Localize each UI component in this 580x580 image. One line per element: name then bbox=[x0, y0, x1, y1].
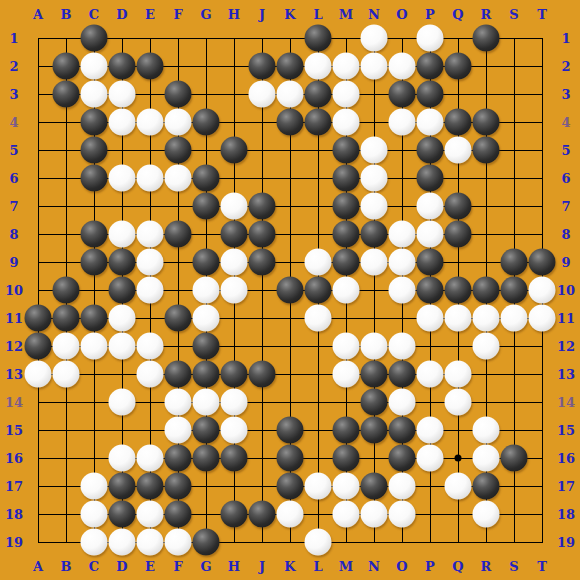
row-label-right: 11 bbox=[557, 312, 575, 325]
column-label-bottom: K bbox=[284, 560, 295, 573]
white-stone bbox=[389, 501, 416, 528]
black-stone bbox=[417, 81, 444, 108]
column-label-bottom: P bbox=[425, 560, 435, 573]
column-label-bottom: L bbox=[313, 560, 322, 573]
row-label-left: 15 bbox=[5, 424, 23, 437]
white-stone bbox=[333, 361, 360, 388]
row-label-right: 2 bbox=[561, 60, 570, 73]
black-stone bbox=[165, 445, 192, 472]
black-stone bbox=[249, 501, 276, 528]
black-stone bbox=[417, 53, 444, 80]
white-stone bbox=[361, 249, 388, 276]
black-stone bbox=[501, 445, 528, 472]
black-stone bbox=[333, 193, 360, 220]
white-stone bbox=[445, 473, 472, 500]
column-label-bottom: N bbox=[368, 560, 380, 573]
white-stone bbox=[193, 389, 220, 416]
black-stone bbox=[193, 249, 220, 276]
column-label-bottom: G bbox=[200, 560, 211, 573]
white-stone bbox=[305, 53, 332, 80]
column-label-bottom: A bbox=[33, 560, 43, 573]
white-stone bbox=[53, 333, 80, 360]
row-label-right: 1 bbox=[561, 32, 570, 45]
white-stone bbox=[529, 305, 556, 332]
white-stone bbox=[473, 445, 500, 472]
black-stone bbox=[249, 193, 276, 220]
column-label-bottom: O bbox=[396, 560, 407, 573]
black-stone bbox=[221, 501, 248, 528]
white-stone bbox=[305, 305, 332, 332]
black-stone bbox=[389, 445, 416, 472]
white-stone bbox=[165, 417, 192, 444]
white-stone bbox=[417, 305, 444, 332]
white-stone bbox=[137, 277, 164, 304]
black-stone bbox=[193, 529, 220, 556]
column-label-top: R bbox=[481, 8, 492, 21]
black-stone bbox=[361, 361, 388, 388]
column-label-top: L bbox=[313, 8, 322, 21]
black-stone bbox=[277, 277, 304, 304]
row-label-right: 3 bbox=[561, 88, 570, 101]
black-stone bbox=[361, 473, 388, 500]
black-stone bbox=[81, 109, 108, 136]
white-stone bbox=[109, 305, 136, 332]
black-stone bbox=[305, 277, 332, 304]
black-stone bbox=[193, 445, 220, 472]
white-stone bbox=[305, 473, 332, 500]
black-stone bbox=[249, 249, 276, 276]
column-label-bottom: F bbox=[173, 560, 182, 573]
column-label-top: P bbox=[425, 8, 435, 21]
column-label-bottom: H bbox=[228, 560, 240, 573]
white-stone bbox=[193, 305, 220, 332]
row-label-right: 17 bbox=[557, 480, 575, 493]
column-label-top: E bbox=[145, 8, 155, 21]
black-stone bbox=[277, 417, 304, 444]
black-stone bbox=[305, 109, 332, 136]
black-stone bbox=[249, 221, 276, 248]
white-stone bbox=[165, 529, 192, 556]
black-stone bbox=[277, 473, 304, 500]
white-stone bbox=[417, 445, 444, 472]
row-label-right: 15 bbox=[557, 424, 575, 437]
black-stone bbox=[473, 137, 500, 164]
row-label-left: 18 bbox=[5, 508, 23, 521]
white-stone bbox=[109, 389, 136, 416]
black-stone bbox=[473, 109, 500, 136]
white-stone bbox=[417, 25, 444, 52]
white-stone bbox=[361, 501, 388, 528]
column-label-bottom: S bbox=[509, 560, 518, 573]
white-stone bbox=[389, 109, 416, 136]
black-stone bbox=[333, 249, 360, 276]
black-stone bbox=[361, 389, 388, 416]
black-stone bbox=[193, 193, 220, 220]
black-stone bbox=[389, 361, 416, 388]
white-stone bbox=[165, 165, 192, 192]
column-label-bottom: Q bbox=[452, 560, 463, 573]
row-label-right: 10 bbox=[557, 284, 575, 297]
white-stone bbox=[361, 25, 388, 52]
black-stone bbox=[333, 221, 360, 248]
column-label-top: F bbox=[173, 8, 182, 21]
white-stone bbox=[81, 81, 108, 108]
black-stone bbox=[137, 53, 164, 80]
white-stone bbox=[109, 81, 136, 108]
black-stone bbox=[81, 25, 108, 52]
white-stone bbox=[473, 305, 500, 332]
column-label-top: S bbox=[509, 8, 518, 21]
white-stone bbox=[473, 333, 500, 360]
row-label-right: 14 bbox=[557, 396, 575, 409]
go-board[interactable]: AABBCCDDEEFFGGHHJJKKLLMMNNOOPPQQRRSSTT11… bbox=[0, 0, 580, 580]
black-stone bbox=[137, 473, 164, 500]
black-stone bbox=[165, 81, 192, 108]
row-label-right: 16 bbox=[557, 452, 575, 465]
black-stone bbox=[417, 137, 444, 164]
white-stone bbox=[109, 333, 136, 360]
black-stone bbox=[81, 221, 108, 248]
white-stone bbox=[389, 221, 416, 248]
white-stone bbox=[109, 529, 136, 556]
row-label-right: 8 bbox=[561, 228, 570, 241]
white-stone bbox=[389, 333, 416, 360]
black-stone bbox=[333, 165, 360, 192]
white-stone bbox=[165, 109, 192, 136]
star-point bbox=[455, 455, 462, 462]
white-stone bbox=[417, 361, 444, 388]
white-stone bbox=[333, 501, 360, 528]
column-label-top: H bbox=[228, 8, 240, 21]
column-label-bottom: B bbox=[61, 560, 72, 573]
black-stone bbox=[81, 249, 108, 276]
white-stone bbox=[109, 165, 136, 192]
white-stone bbox=[389, 473, 416, 500]
white-stone bbox=[501, 305, 528, 332]
black-stone bbox=[361, 417, 388, 444]
white-stone bbox=[137, 109, 164, 136]
black-stone bbox=[277, 109, 304, 136]
column-label-top: B bbox=[61, 8, 72, 21]
column-label-top: G bbox=[200, 8, 211, 21]
black-stone bbox=[529, 249, 556, 276]
black-stone bbox=[193, 109, 220, 136]
white-stone bbox=[389, 277, 416, 304]
black-stone bbox=[81, 137, 108, 164]
row-label-right: 6 bbox=[561, 172, 570, 185]
black-stone bbox=[109, 277, 136, 304]
white-stone bbox=[249, 81, 276, 108]
row-label-left: 5 bbox=[9, 144, 18, 157]
black-stone bbox=[53, 53, 80, 80]
black-stone bbox=[109, 473, 136, 500]
white-stone bbox=[165, 389, 192, 416]
white-stone bbox=[361, 165, 388, 192]
black-stone bbox=[193, 361, 220, 388]
row-label-right: 4 bbox=[561, 116, 570, 129]
black-stone bbox=[305, 81, 332, 108]
column-label-bottom: D bbox=[116, 560, 127, 573]
white-stone bbox=[109, 109, 136, 136]
row-label-left: 10 bbox=[5, 284, 23, 297]
row-label-right: 18 bbox=[557, 508, 575, 521]
black-stone bbox=[277, 445, 304, 472]
row-label-right: 12 bbox=[557, 340, 575, 353]
white-stone bbox=[305, 249, 332, 276]
row-label-right: 7 bbox=[561, 200, 570, 213]
white-stone bbox=[361, 53, 388, 80]
white-stone bbox=[417, 193, 444, 220]
black-stone bbox=[389, 81, 416, 108]
white-stone bbox=[137, 529, 164, 556]
black-stone bbox=[81, 305, 108, 332]
black-stone bbox=[109, 53, 136, 80]
row-label-left: 16 bbox=[5, 452, 23, 465]
white-stone bbox=[137, 501, 164, 528]
column-label-top: N bbox=[368, 8, 380, 21]
black-stone bbox=[165, 137, 192, 164]
white-stone bbox=[221, 389, 248, 416]
row-label-left: 2 bbox=[9, 60, 18, 73]
white-stone bbox=[445, 137, 472, 164]
white-stone bbox=[361, 137, 388, 164]
white-stone bbox=[473, 501, 500, 528]
white-stone bbox=[445, 389, 472, 416]
black-stone bbox=[305, 25, 332, 52]
black-stone bbox=[249, 361, 276, 388]
black-stone bbox=[25, 305, 52, 332]
black-stone bbox=[109, 249, 136, 276]
row-label-left: 14 bbox=[5, 396, 23, 409]
black-stone bbox=[501, 277, 528, 304]
black-stone bbox=[193, 417, 220, 444]
white-stone bbox=[333, 333, 360, 360]
black-stone bbox=[53, 305, 80, 332]
white-stone bbox=[389, 249, 416, 276]
black-stone bbox=[109, 501, 136, 528]
black-stone bbox=[53, 277, 80, 304]
black-stone bbox=[445, 277, 472, 304]
column-label-top: M bbox=[339, 8, 353, 21]
white-stone bbox=[81, 473, 108, 500]
white-stone bbox=[193, 277, 220, 304]
black-stone bbox=[333, 445, 360, 472]
column-label-top: C bbox=[89, 8, 99, 21]
black-stone bbox=[501, 249, 528, 276]
black-stone bbox=[221, 221, 248, 248]
white-stone bbox=[137, 221, 164, 248]
white-stone bbox=[81, 501, 108, 528]
column-label-top: T bbox=[537, 8, 547, 21]
row-label-left: 8 bbox=[9, 228, 18, 241]
column-label-bottom: E bbox=[145, 560, 155, 573]
black-stone bbox=[333, 137, 360, 164]
white-stone bbox=[333, 109, 360, 136]
white-stone bbox=[25, 361, 52, 388]
row-label-right: 9 bbox=[561, 256, 570, 269]
black-stone bbox=[445, 109, 472, 136]
black-stone bbox=[445, 221, 472, 248]
black-stone bbox=[333, 417, 360, 444]
black-stone bbox=[221, 445, 248, 472]
white-stone bbox=[221, 193, 248, 220]
black-stone bbox=[25, 333, 52, 360]
row-label-left: 1 bbox=[9, 32, 18, 45]
white-stone bbox=[221, 249, 248, 276]
white-stone bbox=[81, 53, 108, 80]
black-stone bbox=[445, 193, 472, 220]
white-stone bbox=[137, 361, 164, 388]
white-stone bbox=[389, 53, 416, 80]
column-label-bottom: T bbox=[537, 560, 547, 573]
black-stone bbox=[165, 473, 192, 500]
white-stone bbox=[221, 417, 248, 444]
white-stone bbox=[333, 277, 360, 304]
row-label-left: 7 bbox=[9, 200, 18, 213]
white-stone bbox=[389, 389, 416, 416]
black-stone bbox=[473, 473, 500, 500]
black-stone bbox=[417, 277, 444, 304]
column-label-bottom: R bbox=[481, 560, 492, 573]
black-stone bbox=[389, 417, 416, 444]
white-stone bbox=[333, 81, 360, 108]
row-label-left: 13 bbox=[5, 368, 23, 381]
black-stone bbox=[249, 53, 276, 80]
black-stone bbox=[417, 165, 444, 192]
black-stone bbox=[193, 165, 220, 192]
row-label-right: 19 bbox=[557, 536, 575, 549]
white-stone bbox=[361, 193, 388, 220]
black-stone bbox=[165, 501, 192, 528]
white-stone bbox=[333, 53, 360, 80]
row-label-left: 6 bbox=[9, 172, 18, 185]
black-stone bbox=[81, 165, 108, 192]
white-stone bbox=[109, 221, 136, 248]
white-stone bbox=[137, 333, 164, 360]
black-stone bbox=[221, 137, 248, 164]
row-label-left: 3 bbox=[9, 88, 18, 101]
black-stone bbox=[221, 361, 248, 388]
row-label-left: 19 bbox=[5, 536, 23, 549]
black-stone bbox=[473, 25, 500, 52]
row-label-left: 17 bbox=[5, 480, 23, 493]
row-label-left: 9 bbox=[9, 256, 18, 269]
white-stone bbox=[137, 249, 164, 276]
column-label-top: D bbox=[116, 8, 127, 21]
white-stone bbox=[81, 333, 108, 360]
white-stone bbox=[221, 277, 248, 304]
white-stone bbox=[417, 417, 444, 444]
white-stone bbox=[361, 333, 388, 360]
black-stone bbox=[445, 53, 472, 80]
black-stone bbox=[165, 305, 192, 332]
black-stone bbox=[277, 53, 304, 80]
white-stone bbox=[529, 277, 556, 304]
white-stone bbox=[109, 445, 136, 472]
white-stone bbox=[277, 81, 304, 108]
column-label-top: O bbox=[396, 8, 407, 21]
white-stone bbox=[53, 361, 80, 388]
column-label-top: A bbox=[33, 8, 43, 21]
white-stone bbox=[445, 361, 472, 388]
white-stone bbox=[81, 529, 108, 556]
row-label-left: 11 bbox=[5, 312, 23, 325]
column-label-top: K bbox=[284, 8, 295, 21]
column-label-top: J bbox=[259, 8, 265, 21]
black-stone bbox=[361, 221, 388, 248]
black-stone bbox=[193, 333, 220, 360]
row-label-left: 12 bbox=[5, 340, 23, 353]
column-label-bottom: J bbox=[259, 560, 265, 573]
black-stone bbox=[473, 277, 500, 304]
white-stone bbox=[305, 529, 332, 556]
white-stone bbox=[277, 501, 304, 528]
row-label-right: 13 bbox=[557, 368, 575, 381]
row-label-left: 4 bbox=[9, 116, 18, 129]
black-stone bbox=[165, 361, 192, 388]
column-label-bottom: M bbox=[339, 560, 353, 573]
black-stone bbox=[417, 249, 444, 276]
column-label-bottom: C bbox=[89, 560, 99, 573]
black-stone bbox=[165, 221, 192, 248]
black-stone bbox=[53, 81, 80, 108]
white-stone bbox=[417, 221, 444, 248]
white-stone bbox=[137, 165, 164, 192]
white-stone bbox=[417, 109, 444, 136]
white-stone bbox=[137, 445, 164, 472]
white-stone bbox=[333, 473, 360, 500]
white-stone bbox=[473, 417, 500, 444]
column-label-top: Q bbox=[452, 8, 463, 21]
row-label-right: 5 bbox=[561, 144, 570, 157]
white-stone bbox=[445, 305, 472, 332]
